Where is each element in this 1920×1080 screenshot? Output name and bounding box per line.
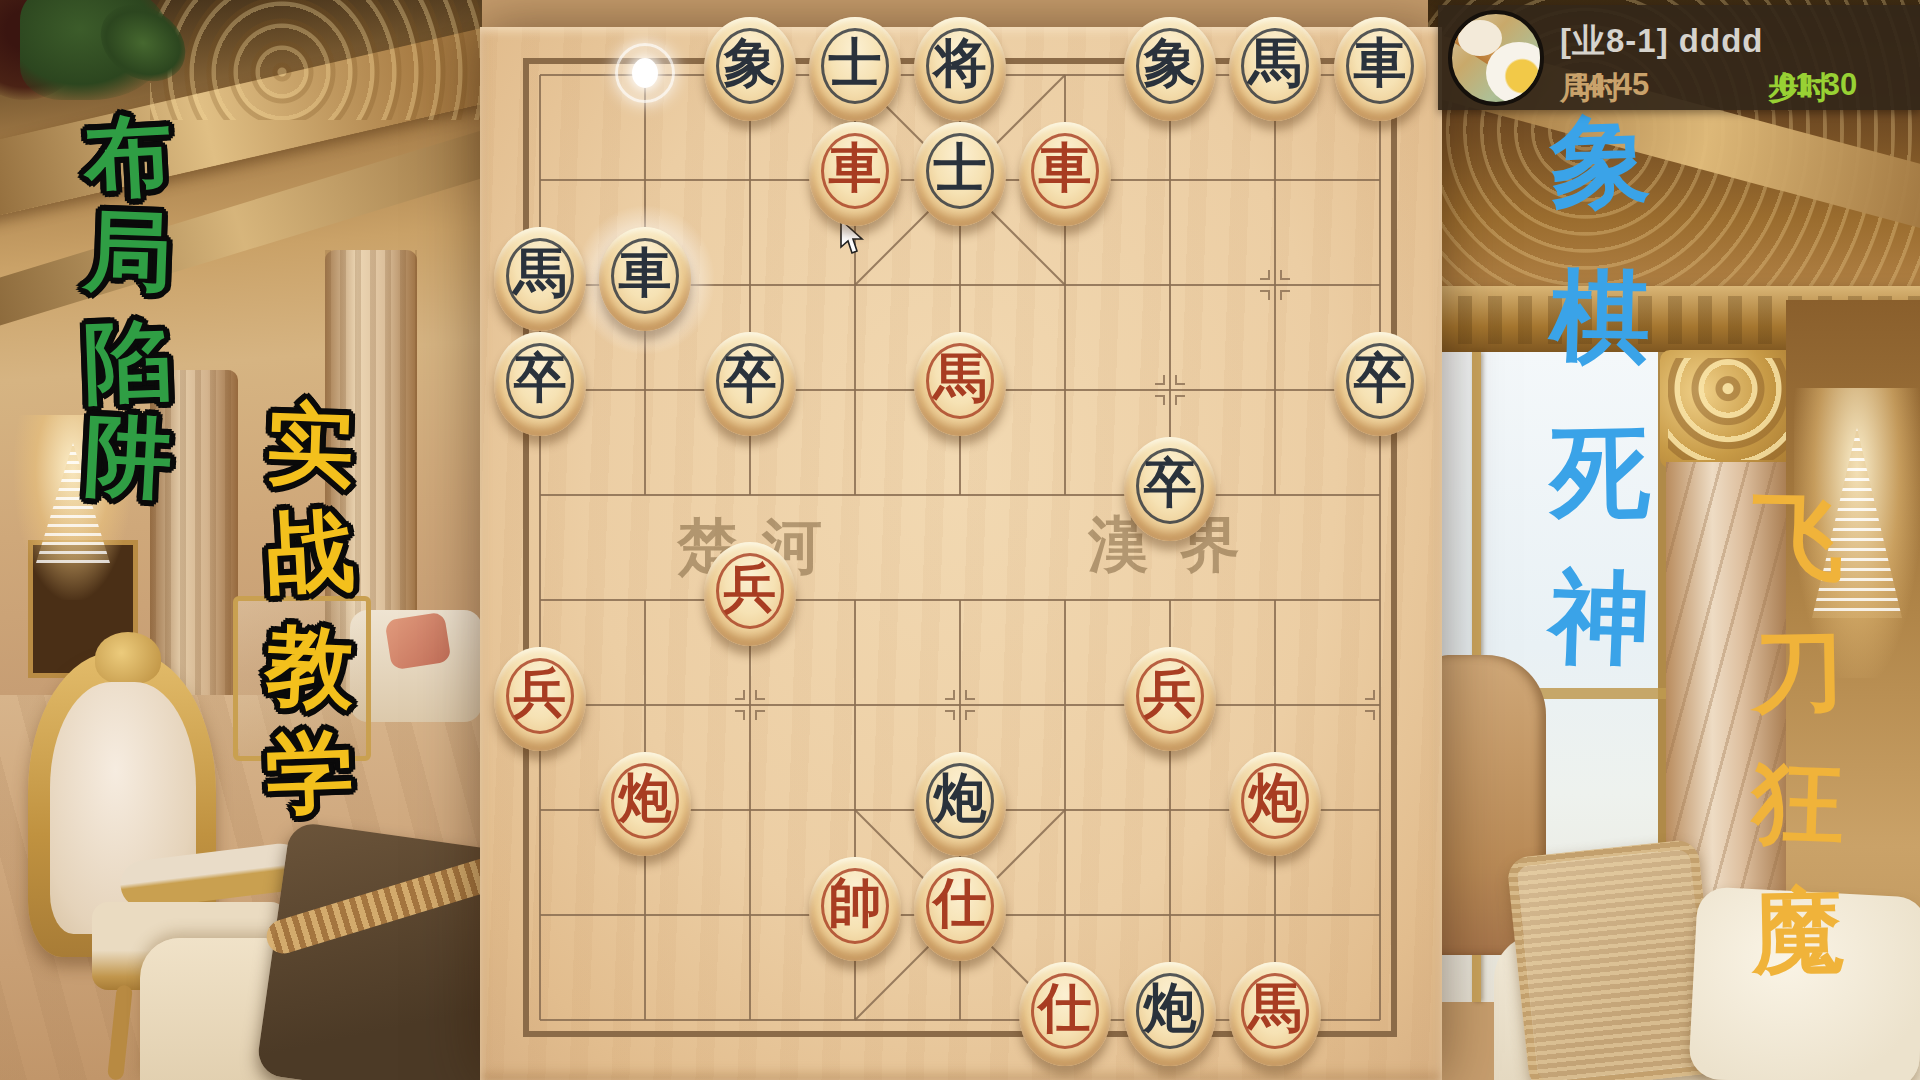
- white-pillow: [1688, 886, 1920, 1080]
- piece-black-炮[interactable]: 炮: [1124, 962, 1216, 1066]
- piece-red-兵[interactable]: 兵: [1124, 647, 1216, 751]
- piece-black-士[interactable]: 士: [914, 122, 1006, 226]
- piece-black-卒[interactable]: 卒: [704, 332, 796, 436]
- piece-red-兵[interactable]: 兵: [494, 647, 586, 751]
- move-time: 步时 01:30: [1768, 67, 1857, 103]
- game-time-label: 局时: [1560, 67, 1622, 109]
- gold-carving: [150, 0, 480, 120]
- piece-red-馬[interactable]: 馬: [914, 332, 1006, 436]
- piece-red-炮[interactable]: 炮: [599, 752, 691, 856]
- piece-black-炮[interactable]: 炮: [914, 752, 1006, 856]
- piece-black-卒[interactable]: 卒: [1124, 437, 1216, 541]
- player-panel: [业8-1] dddd 局时 14:45 步时 01:30: [1438, 5, 1920, 110]
- piece-red-仕[interactable]: 仕: [1019, 962, 1111, 1066]
- piece-black-卒[interactable]: 卒: [1334, 332, 1426, 436]
- console-table: [233, 596, 371, 761]
- piece-black-卒[interactable]: 卒: [494, 332, 586, 436]
- piece-black-将[interactable]: 将: [914, 17, 1006, 121]
- chandelier: [1794, 388, 1920, 678]
- stream-frame: 楚河漢界 象士将象馬車士馬車卒卒卒卒炮炮車車馬兵兵兵炮炮帥仕仕馬 布局陷阱实战教…: [0, 0, 1920, 1080]
- move-time-label: 步时: [1768, 67, 1830, 109]
- piece-black-車[interactable]: 車: [1334, 17, 1426, 121]
- piece-black-象[interactable]: 象: [704, 17, 796, 121]
- right-background-scene: [1428, 0, 1920, 1080]
- gold-armchair-crest: [95, 632, 161, 684]
- piece-red-仕[interactable]: 仕: [914, 857, 1006, 961]
- piece-red-馬[interactable]: 馬: [1229, 962, 1321, 1066]
- piece-black-馬[interactable]: 馬: [494, 227, 586, 331]
- chandelier: [14, 415, 132, 600]
- player-avatar[interactable]: [1448, 10, 1544, 106]
- pieces-layer: 象士将象馬車士馬車卒卒卒卒炮炮車車馬兵兵兵炮炮帥仕仕馬: [480, 27, 1442, 1080]
- piece-red-帥[interactable]: 帥: [809, 857, 901, 961]
- piece-black-車[interactable]: 車: [599, 227, 691, 331]
- player-rank-name: [业8-1] dddd: [1560, 19, 1763, 64]
- piece-black-馬[interactable]: 馬: [1229, 17, 1321, 121]
- piece-black-士[interactable]: 士: [809, 17, 901, 121]
- piece-red-車[interactable]: 車: [809, 122, 901, 226]
- pillar-capital: [1660, 350, 1796, 468]
- game-time: 局时 14:45: [1560, 67, 1649, 103]
- pink-pillow: [384, 612, 451, 671]
- xiangqi-board[interactable]: 楚河漢界 象士将象馬車士馬車卒卒卒卒炮炮車車馬兵兵兵炮炮帥仕仕馬: [480, 27, 1442, 1080]
- avatar-food-egg-yolk: [1486, 42, 1544, 104]
- piece-red-兵[interactable]: 兵: [704, 542, 796, 646]
- left-background-scene: [0, 0, 482, 1080]
- piece-red-炮[interactable]: 炮: [1229, 752, 1321, 856]
- piece-red-車[interactable]: 車: [1019, 122, 1111, 226]
- piece-black-象[interactable]: 象: [1124, 17, 1216, 121]
